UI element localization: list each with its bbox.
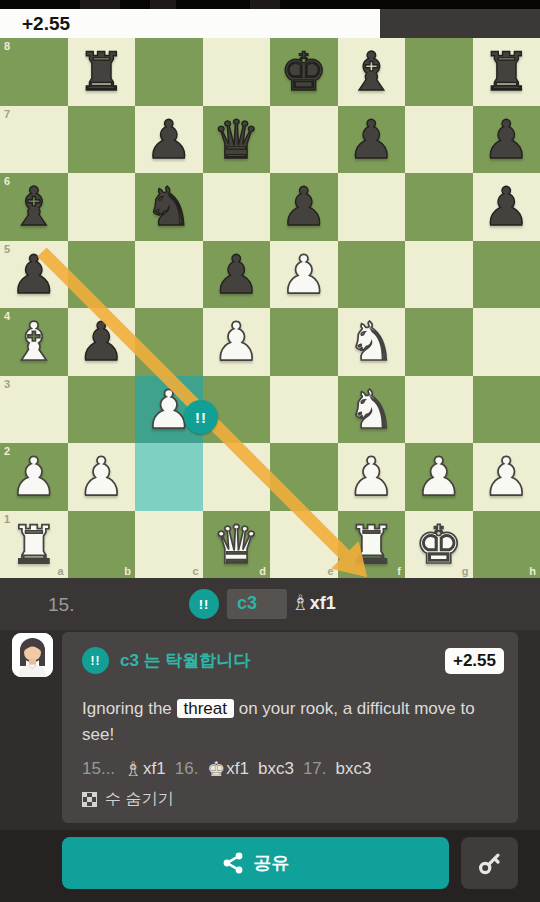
- square-c8[interactable]: [135, 38, 203, 106]
- variation-move-number: 17.: [303, 759, 327, 779]
- square-h6[interactable]: ♟: [473, 173, 540, 241]
- square-h5[interactable]: [473, 241, 540, 309]
- file-label-a: a: [57, 565, 63, 577]
- file-label-e: e: [327, 565, 333, 577]
- bishop-icon: ♗: [291, 590, 310, 616]
- selected-move-c3[interactable]: c3: [227, 589, 287, 619]
- piece-white-knight-f3[interactable]: ♞: [347, 376, 395, 443]
- move-list-bar: 15. !! c3 ♗ xf1: [0, 578, 540, 630]
- variation-move[interactable]: ♗: [124, 757, 142, 781]
- variation-move-number: 15...: [82, 759, 115, 779]
- piece-black-pawn-h7[interactable]: ♟: [482, 106, 530, 173]
- square-h3[interactable]: [473, 376, 540, 444]
- comment-title: c3 는 탁월합니다: [120, 649, 250, 672]
- square-c7[interactable]: ♟: [135, 106, 203, 174]
- square-f5[interactable]: [338, 241, 406, 309]
- piece-white-pawn-h2[interactable]: ♟: [482, 443, 530, 510]
- analysis-screen: +2.55 8♜♚♝♜7♟♛♟♟♝6♞♟♟♟5♟♟♝4♟♟♞3♟♞♟2♟♟♟♟♜…: [0, 0, 540, 902]
- square-g7[interactable]: [405, 106, 473, 174]
- square-b5[interactable]: [68, 241, 136, 309]
- black-move-bxf1[interactable]: ♗ xf1: [291, 590, 336, 616]
- hide-moves-label: 수 숨기기: [105, 789, 173, 810]
- square-a2[interactable]: ♟2: [0, 443, 68, 511]
- square-e2[interactable]: [270, 443, 338, 511]
- piece-white-pawn-f2[interactable]: ♟: [347, 443, 395, 510]
- comment-body-text: Ignoring the: [82, 699, 177, 718]
- file-label-f: f: [397, 565, 401, 577]
- evaluation-bar-white: +2.55: [0, 9, 380, 38]
- piece-black-bishop-a6[interactable]: ♝: [10, 173, 58, 240]
- square-d2[interactable]: [203, 443, 271, 511]
- square-b1[interactable]: b: [68, 511, 136, 579]
- piece-black-pawn-h6[interactable]: ♟: [482, 173, 530, 240]
- file-label-c: c: [192, 565, 198, 577]
- rank-label-7: 7: [4, 108, 10, 120]
- key-icon: [477, 850, 503, 876]
- file-label-d: d: [259, 565, 266, 577]
- statusbar-remnant: [80, 0, 120, 9]
- board-checker-icon: [82, 792, 97, 807]
- square-e7[interactable]: [270, 106, 338, 174]
- piece-white-queen-d1[interactable]: ♛: [212, 511, 260, 578]
- file-label-b: b: [124, 565, 131, 577]
- piece-black-pawn-a5[interactable]: ♟: [10, 241, 58, 308]
- chess-board[interactable]: 8♜♚♝♜7♟♛♟♟♝6♞♟♟♟5♟♟♝4♟♟♞3♟♞♟2♟♟♟♟♜1abc♛d…: [0, 38, 540, 578]
- piece-white-knight-f4[interactable]: ♞: [347, 308, 395, 375]
- square-f2[interactable]: ♟: [338, 443, 406, 511]
- square-g2[interactable]: ♟: [405, 443, 473, 511]
- square-c2[interactable]: [135, 443, 203, 511]
- piece-white-pawn-g2[interactable]: ♟: [415, 443, 463, 510]
- square-a8[interactable]: 8: [0, 38, 68, 106]
- square-f4[interactable]: ♞: [338, 308, 406, 376]
- brilliant-move-badge: !!: [184, 400, 218, 434]
- square-a4[interactable]: ♝4: [0, 308, 68, 376]
- piece-black-rook-b8[interactable]: ♜: [77, 38, 125, 105]
- share-label: 공유: [254, 851, 290, 875]
- square-a1[interactable]: ♜1a: [0, 511, 68, 579]
- square-f7[interactable]: ♟: [338, 106, 406, 174]
- square-h7[interactable]: ♟: [473, 106, 540, 174]
- key-button[interactable]: [461, 837, 518, 889]
- share-icon: [222, 851, 244, 875]
- square-c5[interactable]: [135, 241, 203, 309]
- black-move-label: xf1: [310, 593, 336, 614]
- square-f1[interactable]: ♜f: [338, 511, 406, 579]
- square-b8[interactable]: ♜: [68, 38, 136, 106]
- statusbar-remnant: [250, 0, 280, 9]
- square-e1[interactable]: e: [270, 511, 338, 579]
- piece-black-queen-d7[interactable]: ♛: [212, 106, 260, 173]
- piece-black-bishop-f8[interactable]: ♝: [347, 38, 395, 105]
- square-a7[interactable]: 7: [0, 106, 68, 174]
- square-d1[interactable]: ♛d: [203, 511, 271, 579]
- file-label-h: h: [529, 565, 536, 577]
- square-f6[interactable]: [338, 173, 406, 241]
- square-e3[interactable]: [270, 376, 338, 444]
- square-a3[interactable]: 3: [0, 376, 68, 444]
- square-g1[interactable]: ♚g: [405, 511, 473, 579]
- piece-white-rook-f1[interactable]: ♜: [347, 511, 395, 578]
- statusbar-remnant: [150, 0, 176, 9]
- square-d6[interactable]: [203, 173, 271, 241]
- piece-white-king-g1[interactable]: ♚: [415, 511, 463, 578]
- variation-move[interactable]: xf1: [143, 759, 166, 779]
- square-a6[interactable]: ♝6: [0, 173, 68, 241]
- piece-black-pawn-e6[interactable]: ♟: [280, 173, 328, 240]
- coach-avatar-image: [12, 633, 53, 677]
- piece-white-pawn-d4[interactable]: ♟: [212, 308, 260, 375]
- rank-label-4: 4: [4, 310, 10, 322]
- square-d5[interactable]: ♟: [203, 241, 271, 309]
- square-h1[interactable]: h: [473, 511, 540, 579]
- comment-panel: !! c3 는 탁월합니다 +2.55 Ignoring the threat …: [62, 632, 518, 823]
- square-b6[interactable]: [68, 173, 136, 241]
- footer-bar: 공유: [0, 830, 540, 902]
- variation-move[interactable]: xf1: [226, 759, 249, 779]
- square-e6[interactable]: ♟: [270, 173, 338, 241]
- piece-white-pawn-e5[interactable]: ♟: [280, 241, 328, 308]
- square-h4[interactable]: [473, 308, 540, 376]
- brilliant-badge-comment: !!: [82, 647, 109, 674]
- square-f8[interactable]: ♝: [338, 38, 406, 106]
- rank-label-8: 8: [4, 40, 10, 52]
- square-c4[interactable]: [135, 308, 203, 376]
- piece-black-pawn-b4[interactable]: ♟: [77, 308, 125, 375]
- square-e4[interactable]: [270, 308, 338, 376]
- square-h2[interactable]: ♟: [473, 443, 540, 511]
- piece-black-pawn-d5[interactable]: ♟: [212, 241, 260, 308]
- piece-black-knight-c6[interactable]: ♞: [145, 173, 193, 240]
- square-d8[interactable]: [203, 38, 271, 106]
- hide-moves-button[interactable]: 수 숨기기: [82, 789, 173, 810]
- variation-move[interactable]: bxc3: [336, 759, 372, 779]
- threat-keyword[interactable]: threat: [177, 699, 234, 718]
- move-number: 15.: [48, 594, 74, 616]
- square-c6[interactable]: ♞: [135, 173, 203, 241]
- coach-comment-region: !! c3 는 탁월합니다 +2.55 Ignoring the threat …: [0, 630, 540, 830]
- rank-label-6: 6: [4, 175, 10, 187]
- square-f3[interactable]: ♞: [338, 376, 406, 444]
- piece-black-pawn-f7[interactable]: ♟: [347, 106, 395, 173]
- rank-label-5: 5: [4, 243, 10, 255]
- comment-body: Ignoring the threat on your rook, a diff…: [82, 696, 504, 749]
- square-a5[interactable]: ♟5: [0, 241, 68, 309]
- square-g3[interactable]: [405, 376, 473, 444]
- evaluation-score: +2.55: [22, 13, 70, 35]
- piece-white-bishop-a4[interactable]: ♝: [10, 308, 58, 375]
- white-move-label: c3: [237, 593, 287, 614]
- piece-white-pawn-b2[interactable]: ♟: [77, 443, 125, 510]
- square-c1[interactable]: c: [135, 511, 203, 579]
- square-g8[interactable]: [405, 38, 473, 106]
- square-b3[interactable]: [68, 376, 136, 444]
- variation-move[interactable]: ♚: [207, 757, 225, 781]
- piece-black-king-e8[interactable]: ♚: [280, 38, 328, 105]
- square-e8[interactable]: ♚: [270, 38, 338, 106]
- piece-white-pawn-a2[interactable]: ♟: [10, 443, 58, 510]
- comment-header: !! c3 는 탁월합니다 +2.55: [82, 647, 504, 674]
- square-h8[interactable]: ♜: [473, 38, 540, 106]
- variation-move[interactable]: bxc3: [258, 759, 294, 779]
- square-d4[interactable]: ♟: [203, 308, 271, 376]
- share-button[interactable]: 공유: [62, 837, 449, 889]
- piece-black-rook-h8[interactable]: ♜: [482, 38, 530, 105]
- evaluation-bar: +2.55: [0, 9, 540, 38]
- square-e5[interactable]: ♟: [270, 241, 338, 309]
- rank-label-3: 3: [4, 378, 10, 390]
- piece-white-rook-a1[interactable]: ♜: [10, 511, 58, 578]
- file-label-g: g: [462, 565, 469, 577]
- square-b2[interactable]: ♟: [68, 443, 136, 511]
- square-g4[interactable]: [405, 308, 473, 376]
- square-d7[interactable]: ♛: [203, 106, 271, 174]
- rank-label-1: 1: [4, 513, 10, 525]
- eval-badge: +2.55: [445, 648, 504, 674]
- rank-label-2: 2: [4, 445, 10, 457]
- status-bar: [0, 0, 540, 9]
- square-g6[interactable]: [405, 173, 473, 241]
- variation-move-number: 16.: [175, 759, 199, 779]
- square-b7[interactable]: [68, 106, 136, 174]
- square-b4[interactable]: ♟: [68, 308, 136, 376]
- variation-line: 15...♗xf116.♚xf1bxc317.bxc3: [82, 757, 504, 781]
- piece-black-pawn-c7[interactable]: ♟: [145, 106, 193, 173]
- coach-avatar: [12, 633, 53, 677]
- evaluation-bar-black: [380, 9, 540, 38]
- brilliant-badge-small: !!: [189, 589, 219, 619]
- square-g5[interactable]: [405, 241, 473, 309]
